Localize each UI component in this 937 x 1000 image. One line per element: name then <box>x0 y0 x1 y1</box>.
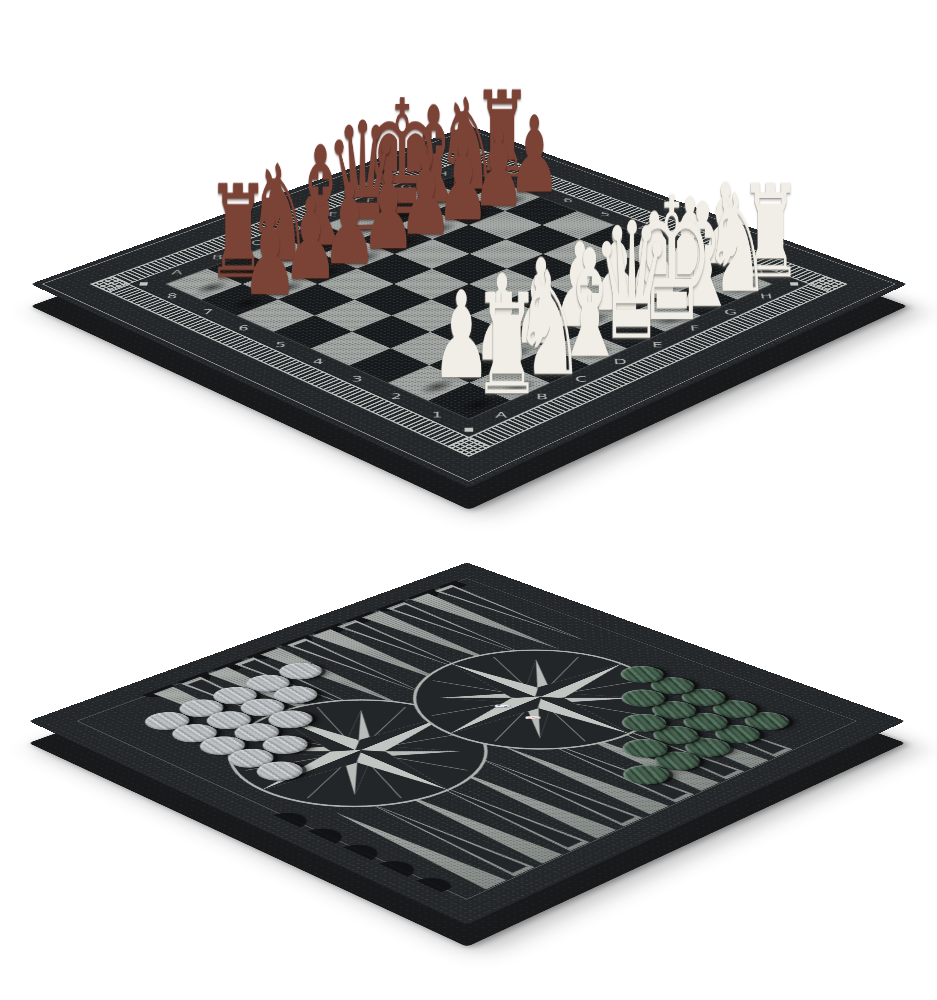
point-triangle <box>433 761 619 840</box>
backgammon-board-assembly <box>157 411 777 1000</box>
die-pip <box>504 706 507 707</box>
piece-red-rook[interactable]: ♜ <box>206 173 236 291</box>
die-pip <box>535 718 538 719</box>
die-pip <box>528 718 531 719</box>
point-triangle <box>486 739 671 816</box>
piece-white-pawn[interactable]: ♟ <box>432 280 464 391</box>
die-1-blue-pips[interactable] <box>495 705 510 707</box>
backgammon-point[interactable] <box>433 761 619 840</box>
backgammon-point[interactable] <box>486 739 671 816</box>
backgammon-board <box>29 563 906 925</box>
piece-white-rook[interactable]: ♜ <box>473 281 505 409</box>
product-photo-stage: ABCDEFGH ABCDEFGH 12345678 87654321 ♜♞♝♛… <box>0 0 937 1000</box>
chess-playfield: ♜♞♝♛♚♝♞♜♟♟♟♟♟♟♟♟♟♟♟♟♟♟♟♟♜♞♝♛♚♝♞♜ <box>166 171 771 419</box>
border-corner-dot <box>139 282 148 285</box>
piece-red-pawn[interactable]: ♟ <box>242 202 272 307</box>
die-pip <box>531 717 534 718</box>
die-2-red-pips[interactable] <box>525 716 540 718</box>
